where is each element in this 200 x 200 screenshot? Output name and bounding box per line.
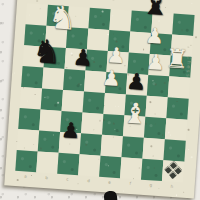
square-g5: [147, 75, 169, 97]
square-d1: [78, 154, 100, 176]
white-pawn-g7[interactable]: ♟: [144, 26, 164, 48]
mat-speckle: [40, 148, 42, 150]
mat-speckle: [53, 134, 54, 135]
mat-speckle: [154, 113, 155, 114]
mat-speckle: [17, 179, 19, 181]
mat-speckle: [188, 149, 189, 150]
mat-speckle: [116, 40, 118, 42]
square-d3: [81, 112, 103, 134]
mat-speckle: [140, 152, 141, 153]
square-c3: ♟: [60, 111, 82, 133]
square-c4: [62, 90, 84, 112]
mat-speckle: [36, 151, 38, 153]
white-pawn-e6[interactable]: ♟: [106, 45, 126, 67]
square-a2: [17, 129, 39, 151]
mat-speckle: [112, 15, 113, 16]
white-bishop-f3[interactable]: ♝: [122, 99, 149, 129]
mat-speckle: [104, 110, 105, 111]
square-a1: [15, 150, 37, 172]
square-e5: ♟: [105, 72, 127, 94]
white-pawn-e5[interactable]: ♟: [101, 68, 121, 90]
mat-speckle: [138, 16, 139, 17]
square-g2: [142, 138, 164, 160]
square-c1: [57, 153, 79, 175]
mat-speckle: [183, 192, 184, 193]
square-b4: [41, 89, 63, 111]
mat-speckle: [150, 145, 152, 147]
mat-speckle: [34, 94, 35, 95]
mat-speckle: [57, 102, 59, 104]
mat-speckle: [14, 72, 16, 74]
file-label-d: d: [87, 178, 90, 183]
mat-speckle: [191, 3, 192, 4]
mat-speckle: [107, 33, 109, 35]
mat-speckle: [104, 105, 105, 106]
square-f5: ♟: [126, 73, 148, 95]
square-g4: [145, 96, 167, 118]
mat-speckle: [176, 101, 177, 102]
square-f1: [120, 157, 142, 179]
mat-speckle: [191, 156, 193, 158]
black-knight-b6[interactable]: ♞: [32, 35, 63, 69]
square-a3: [18, 108, 40, 130]
black-bishop-g8[interactable]: ♝: [140, 0, 171, 20]
square-d8: [88, 8, 110, 30]
mat-speckle: [93, 61, 95, 63]
chess-board: ♝♞♟♞♟♟♟♜♟♟♟♝: [15, 3, 194, 182]
mat-speckle: [178, 23, 179, 24]
mat-speckle: [195, 36, 197, 38]
white-rook-h6[interactable]: ♜: [164, 45, 189, 73]
square-b6: ♞: [44, 47, 66, 69]
black-pawn-c6[interactable]: ♟: [72, 47, 93, 70]
black-pawn-f5[interactable]: ♟: [126, 70, 147, 93]
mat-speckle: [113, 33, 114, 34]
mat-speckle: [32, 179, 33, 180]
mat-speckle: [70, 52, 72, 54]
white-pawn-g6[interactable]: ♟: [146, 52, 166, 74]
mat-speckle: [112, 0, 114, 1]
mat-speckle: [187, 129, 189, 131]
corner-logo-emblem: [163, 161, 184, 182]
mat-speckle: [148, 188, 149, 189]
mat-speckle: [115, 106, 116, 107]
file-label-h: h: [171, 184, 174, 189]
mat-speckle: [139, 167, 140, 168]
mat-speckle: [114, 128, 115, 129]
square-h2: [163, 139, 185, 161]
mat-speckle: [175, 194, 177, 196]
file-label-g: g: [149, 182, 152, 187]
file-label-f: f: [129, 181, 131, 186]
offboard-black-piece-tip: [103, 190, 117, 200]
mat-speckle: [77, 183, 78, 184]
square-e1: [99, 156, 121, 178]
black-pawn-c3[interactable]: ♟: [61, 120, 81, 142]
mat-speckle: [36, 0, 38, 2]
square-b1: [36, 151, 58, 173]
square-c5: [63, 69, 85, 91]
mat-speckle: [69, 144, 70, 145]
mat-speckle: [100, 15, 101, 16]
file-label-c: c: [66, 176, 69, 181]
photo-frame: ♝♞♟♞♟♟♟♜♟♟♟♝ abcdefgh Chess: [0, 0, 200, 200]
mat-speckle: [107, 157, 108, 158]
file-label-e: e: [108, 179, 111, 184]
square-f3: ♝: [123, 115, 145, 137]
square-h8: [172, 14, 194, 36]
square-h3: [165, 118, 187, 140]
square-a4: [20, 87, 42, 109]
mat-speckle: [23, 87, 24, 88]
mat-speckle: [103, 119, 105, 121]
square-b3: [39, 109, 61, 131]
mat-speckle: [112, 137, 113, 138]
square-d2: [80, 133, 102, 155]
square-f2: [121, 136, 143, 158]
square-h4: [166, 97, 188, 119]
square-g1: [141, 159, 163, 181]
mat-speckle: [170, 134, 171, 135]
mat-speckle: [163, 82, 165, 84]
mat-speckle: [123, 190, 124, 191]
mat-speckle: [133, 178, 134, 179]
mat-speckle: [99, 120, 101, 122]
vinyl-chess-mat: ♝♞♟♞♟♟♟♜♟♟♟♝ abcdefgh Chess: [4, 0, 200, 198]
square-h1: [162, 160, 184, 182]
file-label-a: a: [24, 174, 27, 179]
square-e8: [109, 9, 131, 31]
square-e2: [101, 135, 123, 157]
square-h5: [168, 76, 190, 98]
white-knight-b7[interactable]: ♞: [47, 1, 78, 35]
square-c6: ♟: [64, 48, 86, 70]
square-d4: [83, 91, 105, 113]
mat-speckle: [98, 158, 99, 159]
mat-speckle: [149, 101, 151, 103]
mat-speckle: [154, 83, 156, 85]
file-label-b: b: [45, 175, 48, 180]
